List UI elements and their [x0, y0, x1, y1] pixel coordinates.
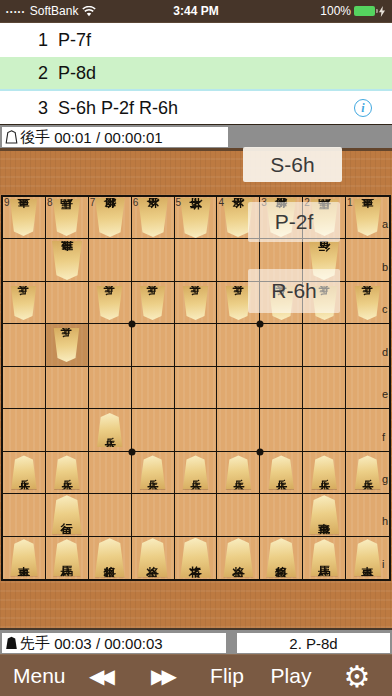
square-5f[interactable] — [175, 409, 218, 451]
square-4e[interactable] — [217, 367, 260, 409]
square-4f[interactable] — [217, 409, 260, 451]
square-3g[interactable]: 歩兵 — [260, 452, 303, 494]
rank-coordinate-label: d — [382, 346, 388, 358]
square-2f[interactable] — [303, 409, 346, 451]
gote-piece-5a[interactable]: 王将 — [178, 198, 213, 238]
square-7h[interactable] — [89, 494, 132, 536]
move-number: 2 — [38, 63, 48, 84]
move-list-row[interactable]: 2P-8d — [0, 57, 392, 91]
square-2g[interactable]: 歩兵 — [303, 452, 346, 494]
sente-piece-5i[interactable]: 玉将 — [178, 538, 213, 578]
gote-piece-5c[interactable]: 歩兵 — [181, 286, 210, 320]
play-button[interactable]: Play — [271, 664, 312, 688]
gear-icon[interactable]: ⚙ — [344, 659, 371, 694]
gote-piece-1c[interactable]: 歩兵 — [353, 286, 382, 320]
square-5a[interactable]: 5王将 — [175, 197, 218, 239]
square-7i[interactable]: 銀将 — [89, 537, 132, 579]
square-9a[interactable]: 9香車 — [3, 197, 46, 239]
info-icon[interactable]: i — [354, 99, 372, 117]
flip-button[interactable]: Flip — [210, 664, 244, 688]
branch-move-button-s6h[interactable]: S-6h — [243, 147, 342, 182]
rank-coordinate-label: c — [382, 303, 388, 315]
square-3h[interactable] — [260, 494, 303, 536]
move-text: P-7f — [58, 30, 91, 51]
sente-piece-3g[interactable]: 歩兵 — [267, 455, 296, 489]
step-forward-button[interactable]: ▶▶ — [151, 664, 177, 688]
square-9c[interactable]: 歩兵 — [3, 282, 46, 324]
gote-piece-7c[interactable]: 歩兵 — [95, 286, 124, 320]
sente-piece-3i[interactable]: 銀将 — [264, 538, 298, 577]
branch-move-label: S-6h — [270, 153, 314, 177]
gote-piece-6a[interactable]: 金将 — [136, 198, 170, 237]
square-3f[interactable] — [260, 409, 303, 451]
file-coordinate-label: 9 — [4, 197, 10, 208]
rank-coordinate-label: e — [382, 388, 388, 400]
sente-piece-2i[interactable]: 桂馬 — [309, 539, 340, 576]
gote-time: 00:01 / 00:00:01 — [54, 129, 162, 146]
current-move-label: 2. P-8d — [289, 635, 337, 652]
file-coordinate-label: 8 — [47, 197, 53, 208]
file-coordinate-label: 4 — [218, 197, 224, 208]
square-8c[interactable] — [46, 282, 89, 324]
square-7f[interactable]: 歩兵 — [89, 409, 132, 451]
gote-clock: 後手 00:01 / 00:00:01 — [2, 127, 228, 147]
square-7g[interactable] — [89, 452, 132, 494]
gote-piece-8d[interactable]: 歩兵 — [52, 328, 81, 362]
sente-piece-7i[interactable]: 銀将 — [93, 538, 127, 577]
square-6a[interactable]: 6金将 — [132, 197, 175, 239]
square-8a[interactable]: 8桂馬 — [46, 197, 89, 239]
square-7c[interactable]: 歩兵 — [89, 282, 132, 324]
square-6h[interactable] — [132, 494, 175, 536]
branch-move-button-r6h[interactable]: R-6h — [248, 269, 340, 313]
square-5i[interactable]: 玉将 — [175, 537, 218, 579]
gote-label: 後手 — [20, 128, 50, 147]
sente-label: 先手 — [20, 634, 50, 653]
square-7a[interactable]: 7銀将 — [89, 197, 132, 239]
sente-piece-8i[interactable]: 桂馬 — [51, 539, 82, 576]
square-5g[interactable]: 歩兵 — [175, 452, 218, 494]
square-5b[interactable] — [175, 239, 218, 281]
hoshi-star-point — [257, 321, 264, 328]
square-4d[interactable] — [217, 324, 260, 366]
square-9f[interactable] — [3, 409, 46, 451]
app-screen: ••••• SoftBank 3:44 PM 100% 1P-7f2P-8d3S… — [0, 0, 392, 696]
move-text: P-8d — [58, 63, 96, 84]
square-5h[interactable] — [175, 494, 218, 536]
file-coordinate-label: 1 — [347, 197, 353, 208]
black-piece-icon — [5, 636, 18, 650]
square-2d[interactable] — [303, 324, 346, 366]
rank-coordinate-label: i — [382, 558, 384, 570]
square-4i[interactable]: 金将 — [217, 537, 260, 579]
square-6i[interactable]: 金将 — [132, 537, 175, 579]
square-9h[interactable] — [3, 494, 46, 536]
charging-bolt-icon — [378, 6, 386, 17]
move-number: 3 — [38, 98, 48, 119]
sente-piece-4g[interactable]: 歩兵 — [224, 455, 253, 489]
square-9b[interactable] — [3, 239, 46, 281]
move-list: 1P-7f2P-8d3S-6h P-2f R-6hi — [0, 22, 392, 124]
square-9e[interactable] — [3, 367, 46, 409]
current-move-display: 2. P-8d — [237, 633, 390, 653]
gote-piece-9c[interactable]: 歩兵 — [9, 286, 38, 320]
gote-piece-8a[interactable]: 桂馬 — [51, 199, 82, 236]
sente-piece-1i[interactable]: 香車 — [352, 539, 383, 576]
rank-coordinate-label: g — [382, 473, 388, 485]
branch-move-label: R-6h — [271, 279, 317, 303]
hoshi-star-point — [128, 321, 135, 328]
square-5e[interactable] — [175, 367, 218, 409]
square-3d[interactable] — [260, 324, 303, 366]
move-text: S-6h P-2f R-6h — [58, 98, 178, 119]
branch-move-button-p2f[interactable]: P-2f — [248, 202, 340, 242]
square-7e[interactable] — [89, 367, 132, 409]
square-8b[interactable]: 飛車 — [46, 239, 89, 281]
square-7b[interactable] — [89, 239, 132, 281]
square-9d[interactable] — [3, 324, 46, 366]
gote-piece-8b[interactable]: 飛車 — [50, 241, 84, 280]
square-8g[interactable]: 歩兵 — [46, 452, 89, 494]
square-6f[interactable] — [132, 409, 175, 451]
sente-time: 00:03 / 00:00:03 — [54, 635, 162, 652]
gote-clock-bar: 後手 00:01 / 00:00:01 — [0, 124, 392, 148]
battery-info: 100% — [320, 4, 386, 18]
branch-move-label: P-2f — [275, 210, 314, 234]
square-6b[interactable] — [132, 239, 175, 281]
sente-piece-6i[interactable]: 金将 — [136, 538, 170, 577]
battery-icon — [354, 6, 375, 16]
square-8e[interactable] — [46, 367, 89, 409]
rank-coordinate-label: f — [382, 431, 385, 443]
sente-piece-9i[interactable]: 香車 — [8, 539, 39, 576]
move-number: 1 — [38, 30, 48, 51]
hoshi-star-point — [257, 448, 264, 455]
sente-piece-4i[interactable]: 金将 — [221, 538, 255, 577]
sente-piece-5g[interactable]: 歩兵 — [181, 455, 210, 489]
sente-piece-2g[interactable]: 歩兵 — [310, 455, 339, 489]
file-coordinate-label: 7 — [90, 197, 96, 208]
file-coordinate-label: 6 — [133, 197, 139, 208]
sente-piece-1g[interactable]: 歩兵 — [353, 455, 382, 489]
shogi-board[interactable]: 9香車8桂馬7銀将6金将5王将4金将3銀将2桂馬1香車飛車角行歩兵歩兵歩兵歩兵歩… — [1, 195, 391, 581]
step-back-button[interactable]: ◀◀ — [89, 664, 115, 688]
square-6e[interactable] — [132, 367, 175, 409]
square-2i[interactable]: 桂馬 — [303, 537, 346, 579]
gote-piece-7a[interactable]: 銀将 — [93, 198, 127, 237]
square-5d[interactable] — [175, 324, 218, 366]
square-5c[interactable]: 歩兵 — [175, 282, 218, 324]
square-8h[interactable]: 角行 — [46, 494, 89, 536]
sente-piece-6g[interactable]: 歩兵 — [138, 455, 167, 489]
square-6g[interactable]: 歩兵 — [132, 452, 175, 494]
gote-piece-1a[interactable]: 香車 — [352, 199, 383, 236]
rank-coordinate-label: b — [382, 261, 388, 273]
move-list-row[interactable]: 1P-7f — [0, 23, 392, 57]
square-8d[interactable]: 歩兵 — [46, 324, 89, 366]
gote-piece-9a[interactable]: 香車 — [8, 199, 39, 236]
square-4h[interactable] — [217, 494, 260, 536]
rank-coordinate-label: h — [382, 515, 388, 527]
square-6d[interactable] — [132, 324, 175, 366]
square-9i[interactable]: 香車 — [3, 537, 46, 579]
square-8f[interactable] — [46, 409, 89, 451]
square-2e[interactable] — [303, 367, 346, 409]
sente-piece-8g[interactable]: 歩兵 — [52, 455, 81, 489]
square-4g[interactable]: 歩兵 — [217, 452, 260, 494]
sente-clock-bar: 先手 00:03 / 00:00:03 2. P-8d — [0, 628, 392, 654]
white-piece-icon — [5, 130, 18, 144]
battery-percent-label: 100% — [320, 4, 351, 18]
square-2h[interactable]: 飛車 — [303, 494, 346, 536]
square-9g[interactable]: 歩兵 — [3, 452, 46, 494]
square-7d[interactable] — [89, 324, 132, 366]
sente-piece-8h[interactable]: 角行 — [50, 495, 84, 534]
sente-piece-2h[interactable]: 飛車 — [307, 495, 341, 534]
square-3i[interactable]: 銀将 — [260, 537, 303, 579]
rank-coordinate-label: a — [382, 218, 388, 230]
sente-piece-7f[interactable]: 歩兵 — [95, 413, 124, 447]
gote-piece-6c[interactable]: 歩兵 — [138, 286, 167, 320]
menu-button[interactable]: Menu — [13, 664, 66, 688]
status-bar: ••••• SoftBank 3:44 PM 100% — [0, 0, 392, 22]
square-8i[interactable]: 桂馬 — [46, 537, 89, 579]
hoshi-star-point — [128, 448, 135, 455]
move-list-row[interactable]: 3S-6h P-2f R-6hi — [0, 91, 392, 125]
sente-piece-9g[interactable]: 歩兵 — [9, 455, 38, 489]
square-6c[interactable]: 歩兵 — [132, 282, 175, 324]
file-coordinate-label: 5 — [176, 197, 182, 208]
square-3e[interactable] — [260, 367, 303, 409]
sente-clock: 先手 00:03 / 00:00:03 — [2, 633, 226, 653]
bottom-toolbar: Menu ◀◀ ▶▶ Flip Play ⚙ — [0, 654, 392, 696]
